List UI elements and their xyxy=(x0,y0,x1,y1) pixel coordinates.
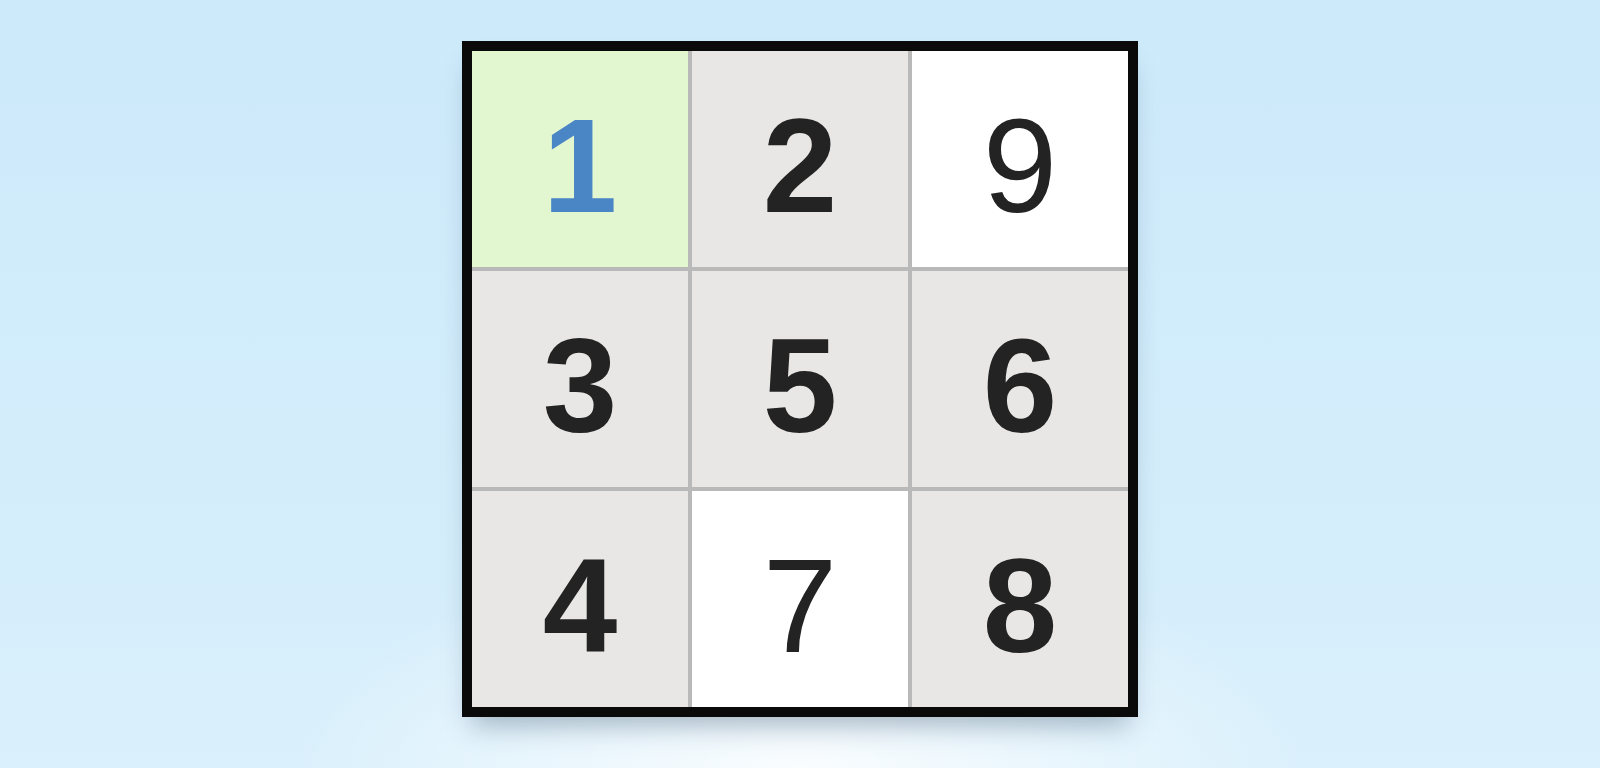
cell-value: 6 xyxy=(983,319,1058,453)
cell-value: 2 xyxy=(763,99,838,233)
cell-value: 9 xyxy=(983,99,1058,233)
cell-value: 4 xyxy=(543,539,618,673)
cell-r2c1[interactable]: 7 xyxy=(692,491,908,707)
cell-r1c0[interactable]: 3 xyxy=(472,271,688,487)
puzzle-board: 129356478 xyxy=(462,41,1138,717)
cell-r1c2[interactable]: 6 xyxy=(912,271,1128,487)
cell-r2c0[interactable]: 4 xyxy=(472,491,688,707)
cell-r1c1[interactable]: 5 xyxy=(692,271,908,487)
cell-value: 8 xyxy=(983,539,1058,673)
cell-value: 5 xyxy=(763,319,838,453)
cell-value: 1 xyxy=(543,99,618,233)
cell-r2c2[interactable]: 8 xyxy=(912,491,1128,707)
cell-r0c0[interactable]: 1 xyxy=(472,51,688,267)
cell-r0c1[interactable]: 2 xyxy=(692,51,908,267)
cell-value: 7 xyxy=(763,539,838,673)
cell-value: 3 xyxy=(543,319,618,453)
cell-r0c2[interactable]: 9 xyxy=(912,51,1128,267)
